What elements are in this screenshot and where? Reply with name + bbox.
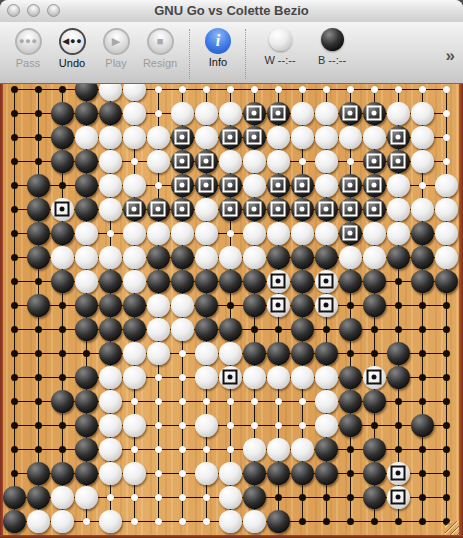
- black-stone[interactable]: [267, 246, 290, 269]
- white-territory-point[interactable]: [227, 86, 234, 93]
- white-stone[interactable]: [147, 150, 170, 173]
- white-territory-point[interactable]: [275, 86, 282, 93]
- black-territory-point[interactable]: [35, 86, 42, 93]
- black-territory-point[interactable]: [419, 374, 426, 381]
- black-stone[interactable]: [387, 342, 410, 365]
- white-territory-point[interactable]: [155, 110, 162, 117]
- white-territory-point[interactable]: [155, 494, 162, 501]
- black-territory-point[interactable]: [419, 518, 426, 525]
- black-stone[interactable]: [267, 510, 290, 533]
- black-stone[interactable]: [363, 438, 386, 461]
- white-territory-point[interactable]: [227, 398, 234, 405]
- white-stone[interactable]: [195, 366, 218, 389]
- black-stone[interactable]: [51, 150, 74, 173]
- black-stone[interactable]: [27, 222, 50, 245]
- dead-black-stone[interactable]: [195, 174, 218, 197]
- black-territory-point[interactable]: [347, 518, 354, 525]
- black-stone[interactable]: [411, 270, 434, 293]
- black-territory-point[interactable]: [59, 350, 66, 357]
- white-territory-point[interactable]: [251, 398, 258, 405]
- black-stone[interactable]: [75, 174, 98, 197]
- white-stone[interactable]: [363, 222, 386, 245]
- white-territory-point[interactable]: [179, 86, 186, 93]
- white-stone[interactable]: [243, 366, 266, 389]
- black-territory-point[interactable]: [443, 398, 450, 405]
- black-territory-point[interactable]: [11, 326, 18, 333]
- white-stone[interactable]: [267, 126, 290, 149]
- dead-white-stone[interactable]: [387, 486, 410, 509]
- white-stone[interactable]: [291, 438, 314, 461]
- black-territory-point[interactable]: [443, 422, 450, 429]
- black-stone[interactable]: [75, 84, 98, 101]
- black-stone[interactable]: [411, 222, 434, 245]
- black-territory-point[interactable]: [419, 398, 426, 405]
- white-stone[interactable]: [123, 174, 146, 197]
- black-territory-point[interactable]: [11, 422, 18, 429]
- dead-black-stone[interactable]: [387, 126, 410, 149]
- black-stone[interactable]: [411, 246, 434, 269]
- white-stone[interactable]: [123, 102, 146, 125]
- undo-button[interactable]: ◀ ● ● Undo: [50, 28, 94, 69]
- dead-black-stone[interactable]: [363, 150, 386, 173]
- black-stone[interactable]: [243, 294, 266, 317]
- black-stone[interactable]: [315, 462, 338, 485]
- white-territory-point[interactable]: [275, 398, 282, 405]
- white-stone[interactable]: [147, 342, 170, 365]
- white-territory-point[interactable]: [155, 182, 162, 189]
- white-territory-point[interactable]: [227, 422, 234, 429]
- black-territory-point[interactable]: [395, 446, 402, 453]
- white-stone[interactable]: [75, 222, 98, 245]
- black-stone[interactable]: [315, 342, 338, 365]
- white-stone[interactable]: [219, 342, 242, 365]
- black-stone[interactable]: [363, 270, 386, 293]
- black-stone[interactable]: [75, 102, 98, 125]
- black-stone[interactable]: [75, 462, 98, 485]
- white-stone[interactable]: [315, 390, 338, 413]
- white-stone[interactable]: [99, 414, 122, 437]
- black-stone[interactable]: [75, 294, 98, 317]
- white-territory-point[interactable]: [83, 518, 90, 525]
- white-territory-point[interactable]: [107, 494, 114, 501]
- play-button[interactable]: ▶ Play: [94, 28, 138, 69]
- dead-black-stone[interactable]: [339, 174, 362, 197]
- black-stone[interactable]: [315, 438, 338, 461]
- black-territory-point[interactable]: [443, 326, 450, 333]
- black-stone[interactable]: [75, 414, 98, 437]
- black-stone[interactable]: [291, 294, 314, 317]
- white-stone[interactable]: [27, 510, 50, 533]
- white-territory-point[interactable]: [299, 158, 306, 165]
- black-stone[interactable]: [75, 438, 98, 461]
- white-stone[interactable]: [171, 102, 194, 125]
- black-territory-point[interactable]: [35, 422, 42, 429]
- black-territory-point[interactable]: [59, 422, 66, 429]
- black-stone[interactable]: [291, 270, 314, 293]
- white-stone[interactable]: [387, 174, 410, 197]
- white-stone[interactable]: [195, 342, 218, 365]
- white-territory-point[interactable]: [419, 182, 426, 189]
- black-stone[interactable]: [339, 318, 362, 341]
- dead-black-stone[interactable]: [363, 102, 386, 125]
- black-territory-point[interactable]: [11, 374, 18, 381]
- black-territory-point[interactable]: [443, 302, 450, 309]
- black-territory-point[interactable]: [443, 374, 450, 381]
- black-stone[interactable]: [123, 294, 146, 317]
- dead-black-stone[interactable]: [387, 150, 410, 173]
- black-territory-point[interactable]: [11, 110, 18, 117]
- white-stone[interactable]: [99, 462, 122, 485]
- black-stone[interactable]: [171, 246, 194, 269]
- white-territory-point[interactable]: [443, 158, 450, 165]
- black-stone[interactable]: [267, 342, 290, 365]
- dead-black-stone[interactable]: [363, 198, 386, 221]
- black-territory-point[interactable]: [11, 158, 18, 165]
- black-territory-point[interactable]: [347, 302, 354, 309]
- dead-black-stone[interactable]: [219, 174, 242, 197]
- white-stone[interactable]: [123, 270, 146, 293]
- black-stone[interactable]: [339, 270, 362, 293]
- white-stone[interactable]: [75, 126, 98, 149]
- black-territory-point[interactable]: [227, 302, 234, 309]
- white-territory-point[interactable]: [347, 158, 354, 165]
- dead-black-stone[interactable]: [219, 126, 242, 149]
- black-stone[interactable]: [99, 270, 122, 293]
- white-stone[interactable]: [75, 486, 98, 509]
- white-stone[interactable]: [291, 126, 314, 149]
- white-stone[interactable]: [243, 150, 266, 173]
- black-territory-point[interactable]: [251, 326, 258, 333]
- dead-black-stone[interactable]: [267, 198, 290, 221]
- white-territory-point[interactable]: [299, 422, 306, 429]
- black-territory-point[interactable]: [11, 398, 18, 405]
- black-territory-point[interactable]: [299, 494, 306, 501]
- black-stone[interactable]: [387, 246, 410, 269]
- white-stone[interactable]: [315, 366, 338, 389]
- black-territory-point[interactable]: [443, 470, 450, 477]
- white-stone[interactable]: [435, 198, 458, 221]
- white-stone[interactable]: [171, 222, 194, 245]
- black-territory-point[interactable]: [443, 494, 450, 501]
- white-territory-point[interactable]: [155, 422, 162, 429]
- black-territory-point[interactable]: [83, 350, 90, 357]
- black-territory-point[interactable]: [371, 350, 378, 357]
- dead-black-stone[interactable]: [123, 198, 146, 221]
- dead-black-stone[interactable]: [315, 198, 338, 221]
- white-territory-point[interactable]: [179, 350, 186, 357]
- black-stone[interactable]: [363, 294, 386, 317]
- black-stone[interactable]: [27, 174, 50, 197]
- black-territory-point[interactable]: [347, 350, 354, 357]
- white-stone[interactable]: [147, 222, 170, 245]
- dead-white-stone[interactable]: [315, 270, 338, 293]
- black-stone[interactable]: [75, 366, 98, 389]
- black-stone[interactable]: [75, 150, 98, 173]
- white-territory-point[interactable]: [299, 398, 306, 405]
- white-territory-point[interactable]: [179, 518, 186, 525]
- white-stone[interactable]: [99, 438, 122, 461]
- white-territory-point[interactable]: [323, 86, 330, 93]
- black-stone[interactable]: [147, 246, 170, 269]
- black-stone[interactable]: [147, 270, 170, 293]
- black-stone[interactable]: [339, 366, 362, 389]
- white-stone[interactable]: [75, 246, 98, 269]
- black-stone[interactable]: [123, 318, 146, 341]
- black-territory-point[interactable]: [11, 182, 18, 189]
- white-territory-point[interactable]: [131, 398, 138, 405]
- white-stone[interactable]: [411, 102, 434, 125]
- white-stone[interactable]: [51, 246, 74, 269]
- dead-black-stone[interactable]: [267, 102, 290, 125]
- white-stone[interactable]: [75, 270, 98, 293]
- white-territory-point[interactable]: [179, 446, 186, 453]
- black-stone[interactable]: [99, 294, 122, 317]
- white-territory-point[interactable]: [155, 86, 162, 93]
- black-territory-point[interactable]: [347, 470, 354, 477]
- dead-black-stone[interactable]: [339, 198, 362, 221]
- toolbar-overflow-chevron-icon[interactable]: »: [446, 46, 455, 66]
- dead-white-stone[interactable]: [267, 270, 290, 293]
- black-territory-point[interactable]: [11, 134, 18, 141]
- white-stone[interactable]: [171, 294, 194, 317]
- black-stone[interactable]: [315, 246, 338, 269]
- black-territory-point[interactable]: [59, 302, 66, 309]
- black-stone[interactable]: [435, 270, 458, 293]
- white-territory-point[interactable]: [203, 494, 210, 501]
- white-stone[interactable]: [51, 486, 74, 509]
- white-territory-point[interactable]: [179, 494, 186, 501]
- black-stone[interactable]: [51, 390, 74, 413]
- black-stone[interactable]: [291, 342, 314, 365]
- white-stone[interactable]: [435, 174, 458, 197]
- black-territory-point[interactable]: [419, 302, 426, 309]
- white-stone[interactable]: [387, 222, 410, 245]
- white-territory-point[interactable]: [179, 398, 186, 405]
- dead-white-stone[interactable]: [363, 366, 386, 389]
- black-stone[interactable]: [27, 294, 50, 317]
- black-territory-point[interactable]: [35, 350, 42, 357]
- white-stone[interactable]: [219, 486, 242, 509]
- black-territory-point[interactable]: [275, 494, 282, 501]
- black-territory-point[interactable]: [347, 494, 354, 501]
- white-stone[interactable]: [243, 222, 266, 245]
- black-stone[interactable]: [75, 390, 98, 413]
- dead-black-stone[interactable]: [243, 102, 266, 125]
- white-territory-point[interactable]: [155, 518, 162, 525]
- black-stone[interactable]: [51, 126, 74, 149]
- white-stone[interactable]: [51, 510, 74, 533]
- black-territory-point[interactable]: [371, 422, 378, 429]
- black-stone[interactable]: [27, 462, 50, 485]
- dead-black-stone[interactable]: [291, 198, 314, 221]
- dead-black-stone[interactable]: [171, 198, 194, 221]
- dead-black-stone[interactable]: [219, 198, 242, 221]
- dead-black-stone[interactable]: [171, 126, 194, 149]
- white-stone[interactable]: [195, 126, 218, 149]
- white-territory-point[interactable]: [251, 422, 258, 429]
- white-stone[interactable]: [243, 246, 266, 269]
- black-stone[interactable]: [51, 102, 74, 125]
- white-territory-point[interactable]: [107, 230, 114, 237]
- black-stone[interactable]: [267, 462, 290, 485]
- white-stone[interactable]: [339, 126, 362, 149]
- white-stone[interactable]: [387, 198, 410, 221]
- white-territory-point[interactable]: [179, 470, 186, 477]
- black-territory-point[interactable]: [395, 326, 402, 333]
- black-territory-point[interactable]: [299, 518, 306, 525]
- black-territory-point[interactable]: [35, 158, 42, 165]
- white-stone[interactable]: [99, 390, 122, 413]
- white-territory-point[interactable]: [203, 86, 210, 93]
- white-stone[interactable]: [123, 342, 146, 365]
- white-stone[interactable]: [147, 126, 170, 149]
- black-stone[interactable]: [387, 366, 410, 389]
- white-territory-point[interactable]: [179, 374, 186, 381]
- white-territory-point[interactable]: [395, 86, 402, 93]
- black-territory-point[interactable]: [35, 446, 42, 453]
- black-territory-point[interactable]: [443, 446, 450, 453]
- white-stone[interactable]: [123, 222, 146, 245]
- white-territory-point[interactable]: [419, 86, 426, 93]
- white-stone[interactable]: [219, 150, 242, 173]
- white-stone[interactable]: [267, 366, 290, 389]
- white-territory-point[interactable]: [131, 518, 138, 525]
- white-stone[interactable]: [315, 126, 338, 149]
- white-stone[interactable]: [195, 246, 218, 269]
- dead-black-stone[interactable]: [363, 174, 386, 197]
- black-territory-point[interactable]: [395, 518, 402, 525]
- white-stone[interactable]: [363, 246, 386, 269]
- black-stone[interactable]: [27, 246, 50, 269]
- white-stone[interactable]: [267, 222, 290, 245]
- white-stone[interactable]: [291, 102, 314, 125]
- white-stone[interactable]: [195, 414, 218, 437]
- white-stone[interactable]: [267, 438, 290, 461]
- white-territory-point[interactable]: [155, 446, 162, 453]
- white-territory-point[interactable]: [131, 494, 138, 501]
- black-territory-point[interactable]: [11, 86, 18, 93]
- black-territory-point[interactable]: [59, 326, 66, 333]
- black-territory-point[interactable]: [59, 446, 66, 453]
- black-territory-point[interactable]: [35, 374, 42, 381]
- black-territory-point[interactable]: [395, 398, 402, 405]
- black-territory-point[interactable]: [419, 326, 426, 333]
- black-stone[interactable]: [363, 462, 386, 485]
- black-stone[interactable]: [51, 462, 74, 485]
- white-territory-point[interactable]: [203, 446, 210, 453]
- white-stone[interactable]: [315, 174, 338, 197]
- black-stone[interactable]: [51, 222, 74, 245]
- white-stone[interactable]: [267, 150, 290, 173]
- white-stone[interactable]: [291, 366, 314, 389]
- black-territory-point[interactable]: [323, 494, 330, 501]
- black-territory-point[interactable]: [11, 350, 18, 357]
- white-stone[interactable]: [99, 246, 122, 269]
- black-territory-point[interactable]: [11, 206, 18, 213]
- white-stone[interactable]: [99, 84, 122, 101]
- black-stone[interactable]: [363, 486, 386, 509]
- white-stone[interactable]: [171, 318, 194, 341]
- white-stone[interactable]: [435, 246, 458, 269]
- dead-white-stone[interactable]: [219, 366, 242, 389]
- black-stone[interactable]: [171, 270, 194, 293]
- white-territory-point[interactable]: [251, 86, 258, 93]
- white-stone[interactable]: [219, 246, 242, 269]
- white-stone[interactable]: [123, 414, 146, 437]
- dead-black-stone[interactable]: [339, 102, 362, 125]
- black-territory-point[interactable]: [347, 446, 354, 453]
- dead-black-stone[interactable]: [171, 174, 194, 197]
- white-stone[interactable]: [195, 102, 218, 125]
- black-stone[interactable]: [99, 318, 122, 341]
- black-territory-point[interactable]: [419, 446, 426, 453]
- white-stone[interactable]: [315, 222, 338, 245]
- white-stone[interactable]: [411, 150, 434, 173]
- window-resize-grip-icon[interactable]: [445, 521, 459, 535]
- white-territory-point[interactable]: [203, 518, 210, 525]
- black-territory-point[interactable]: [371, 326, 378, 333]
- white-stone[interactable]: [291, 222, 314, 245]
- white-territory-point[interactable]: [131, 158, 138, 165]
- white-stone[interactable]: [243, 438, 266, 461]
- white-stone[interactable]: [411, 126, 434, 149]
- dead-black-stone[interactable]: [195, 150, 218, 173]
- white-stone[interactable]: [219, 102, 242, 125]
- resign-button[interactable]: ■ Resign: [138, 28, 182, 69]
- black-territory-point[interactable]: [11, 302, 18, 309]
- white-stone[interactable]: [123, 126, 146, 149]
- white-stone[interactable]: [99, 198, 122, 221]
- black-stone[interactable]: [27, 486, 50, 509]
- dead-black-stone[interactable]: [291, 174, 314, 197]
- black-territory-point[interactable]: [35, 398, 42, 405]
- white-stone[interactable]: [219, 462, 242, 485]
- black-territory-point[interactable]: [323, 518, 330, 525]
- white-stone[interactable]: [195, 198, 218, 221]
- black-stone[interactable]: [339, 390, 362, 413]
- black-territory-point[interactable]: [419, 494, 426, 501]
- white-stone[interactable]: [99, 150, 122, 173]
- white-territory-point[interactable]: [443, 134, 450, 141]
- black-stone[interactable]: [291, 246, 314, 269]
- white-territory-point[interactable]: [275, 422, 282, 429]
- black-stone[interactable]: [243, 270, 266, 293]
- white-territory-point[interactable]: [155, 470, 162, 477]
- white-territory-point[interactable]: [203, 398, 210, 405]
- black-territory-point[interactable]: [11, 278, 18, 285]
- white-stone[interactable]: [435, 222, 458, 245]
- black-territory-point[interactable]: [59, 86, 66, 93]
- white-territory-point[interactable]: [155, 374, 162, 381]
- white-stone[interactable]: [315, 102, 338, 125]
- black-territory-point[interactable]: [11, 230, 18, 237]
- white-territory-point[interactable]: [131, 446, 138, 453]
- black-territory-point[interactable]: [35, 326, 42, 333]
- black-stone[interactable]: [243, 486, 266, 509]
- white-stone[interactable]: [99, 510, 122, 533]
- white-territory-point[interactable]: [155, 398, 162, 405]
- dead-black-stone[interactable]: [243, 126, 266, 149]
- black-stone[interactable]: [195, 270, 218, 293]
- black-stone[interactable]: [75, 318, 98, 341]
- black-territory-point[interactable]: [395, 302, 402, 309]
- dead-black-stone[interactable]: [267, 174, 290, 197]
- white-stone[interactable]: [363, 126, 386, 149]
- pass-button[interactable]: ● ● ● Pass: [6, 28, 50, 69]
- black-stone[interactable]: [219, 318, 242, 341]
- white-territory-point[interactable]: [443, 86, 450, 93]
- white-territory-point[interactable]: [227, 230, 234, 237]
